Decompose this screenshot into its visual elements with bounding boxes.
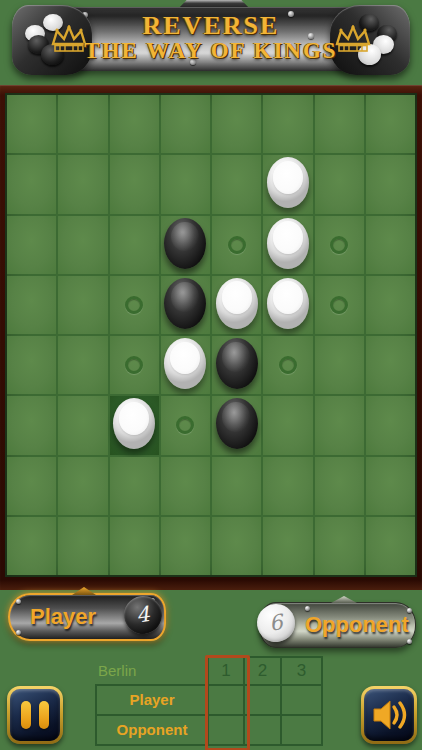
board-cell-r2c6[interactable] [263,155,312,213]
location-label: Berlin [98,662,136,679]
player-score-disc: 4 [122,594,165,637]
screw-icon [407,608,412,613]
black-disc [164,218,206,269]
player-round1-cell [208,685,244,715]
board-cell-r2c5[interactable] [212,155,261,213]
screw-icon [407,639,412,644]
player-round2-cell [244,685,281,715]
app-title: REVERSE [0,11,422,41]
legal-move-hint[interactable] [176,416,194,434]
board-cell-r7c7[interactable] [315,457,364,515]
board-cell-r1c6[interactable] [263,95,312,153]
board-frame [0,85,422,590]
opponent-round1-cell [208,715,244,745]
board-cell-r8c4[interactable] [161,517,210,575]
board-cell-r4c2[interactable] [58,276,107,334]
board-cell-r8c3[interactable] [110,517,159,575]
board-cell-r7c8[interactable] [366,457,415,515]
board-cell-r5c2[interactable] [58,336,107,394]
board-cell-r8c7[interactable] [315,517,364,575]
app-subtitle: THE WAY OF KINGS [0,38,422,64]
legal-move-hint[interactable] [330,296,348,314]
opponent-round2-cell [244,715,281,745]
header-banner: REVERSE THE WAY OF KINGS [0,0,422,80]
board-cell-r8c2[interactable] [58,517,107,575]
board-cell-r4c1[interactable] [7,276,56,334]
opponent-label: Opponent [305,612,409,638]
legal-move-hint[interactable] [279,356,297,374]
legal-move-hint[interactable] [330,236,348,254]
board-cell-r6c4[interactable] [161,396,210,454]
board-cell-r3c3[interactable] [110,216,159,274]
board-cell-r4c5[interactable] [212,276,261,334]
round-header-2: 2 [258,661,267,680]
board-cell-r7c5[interactable] [212,457,261,515]
board-cell-r2c7[interactable] [315,155,364,213]
board-cell-r7c6[interactable] [263,457,312,515]
board-cell-r2c8[interactable] [366,155,415,213]
board-cell-r1c7[interactable] [315,95,364,153]
white-disc [164,338,206,389]
screw-icon [16,630,21,635]
board-cell-r6c5[interactable] [212,396,261,454]
player-score-bar: Player 4 [8,593,166,641]
board-cell-r4c7[interactable] [315,276,364,334]
board-cell-r1c1[interactable] [7,95,56,153]
board-cell-r6c6[interactable] [263,396,312,454]
round-header-3: 3 [297,661,306,680]
board-cell-r1c5[interactable] [212,95,261,153]
screw-icon [305,606,310,611]
board-cell-r5c3[interactable] [110,336,159,394]
player-label: Player [30,604,96,630]
speaker-icon [369,696,409,734]
opponent-score-disc: 6 [255,602,298,645]
legal-move-hint[interactable] [228,236,246,254]
board-cell-r3c2[interactable] [58,216,107,274]
board-cell-r2c4[interactable] [161,155,210,213]
board-cell-r5c7[interactable] [315,336,364,394]
legal-move-hint[interactable] [125,296,143,314]
pause-icon [10,689,60,741]
opponent-score: 6 [268,610,285,636]
bar-ornament [331,596,357,603]
board-cell-r6c8[interactable] [366,396,415,454]
player-round3-cell [281,685,322,715]
sound-button[interactable] [361,686,417,744]
board-cell-r6c1[interactable] [7,396,56,454]
table-opponent-row-label: Opponent [117,721,188,738]
black-disc [164,278,206,329]
opponent-score-bar: Opponent 6 [260,602,416,648]
player-score: 4 [135,602,152,628]
board-cell-r1c3[interactable] [110,95,159,153]
board-cell-r6c7[interactable] [315,396,364,454]
match-score-table: Berlin 1 2 3 Player Opponent [95,656,323,746]
board-cell-r5c6[interactable] [263,336,312,394]
board-cell-r5c4[interactable] [161,336,210,394]
board-cell-r8c8[interactable] [366,517,415,575]
opponent-round3-cell [281,715,322,745]
white-disc [216,278,258,329]
pause-button[interactable] [7,686,63,744]
white-disc [113,398,155,449]
board-cell-r7c3[interactable] [110,457,159,515]
board-cell-r5c8[interactable] [366,336,415,394]
round-header-1: 1 [221,661,230,680]
board-cell-r3c5[interactable] [212,216,261,274]
board-cell-r4c6[interactable] [263,276,312,334]
board-cell-r7c4[interactable] [161,457,210,515]
board-grid [5,93,417,577]
board-cell-r6c3[interactable] [110,396,159,454]
white-disc [267,218,309,269]
board-cell-r2c2[interactable] [58,155,107,213]
table-player-row-label: Player [129,691,174,708]
white-disc [267,278,309,329]
black-disc [216,398,258,449]
board-cell-r3c1[interactable] [7,216,56,274]
board-cell-r3c8[interactable] [366,216,415,274]
legal-move-hint[interactable] [125,356,143,374]
board-cell-r8c5[interactable] [212,517,261,575]
board-cell-r1c2[interactable] [58,95,107,153]
board-cell-r2c3[interactable] [110,155,159,213]
board-cell-r8c1[interactable] [7,517,56,575]
screw-icon [16,599,21,604]
board-cell-r4c8[interactable] [366,276,415,334]
board-cell-r6c2[interactable] [58,396,107,454]
black-disc [216,338,258,389]
board-cell-r4c3[interactable] [110,276,159,334]
board-cell-r3c4[interactable] [161,216,210,274]
board-cell-r1c8[interactable] [366,95,415,153]
board-cell-r4c4[interactable] [161,276,210,334]
board-cell-r2c1[interactable] [7,155,56,213]
board-cell-r3c6[interactable] [263,216,312,274]
board-cell-r1c4[interactable] [161,95,210,153]
board-cell-r7c2[interactable] [58,457,107,515]
board-cell-r5c5[interactable] [212,336,261,394]
white-disc [267,157,309,208]
board-cell-r5c1[interactable] [7,336,56,394]
board-cell-r8c6[interactable] [263,517,312,575]
board-cell-r3c7[interactable] [315,216,364,274]
board-cell-r7c1[interactable] [7,457,56,515]
